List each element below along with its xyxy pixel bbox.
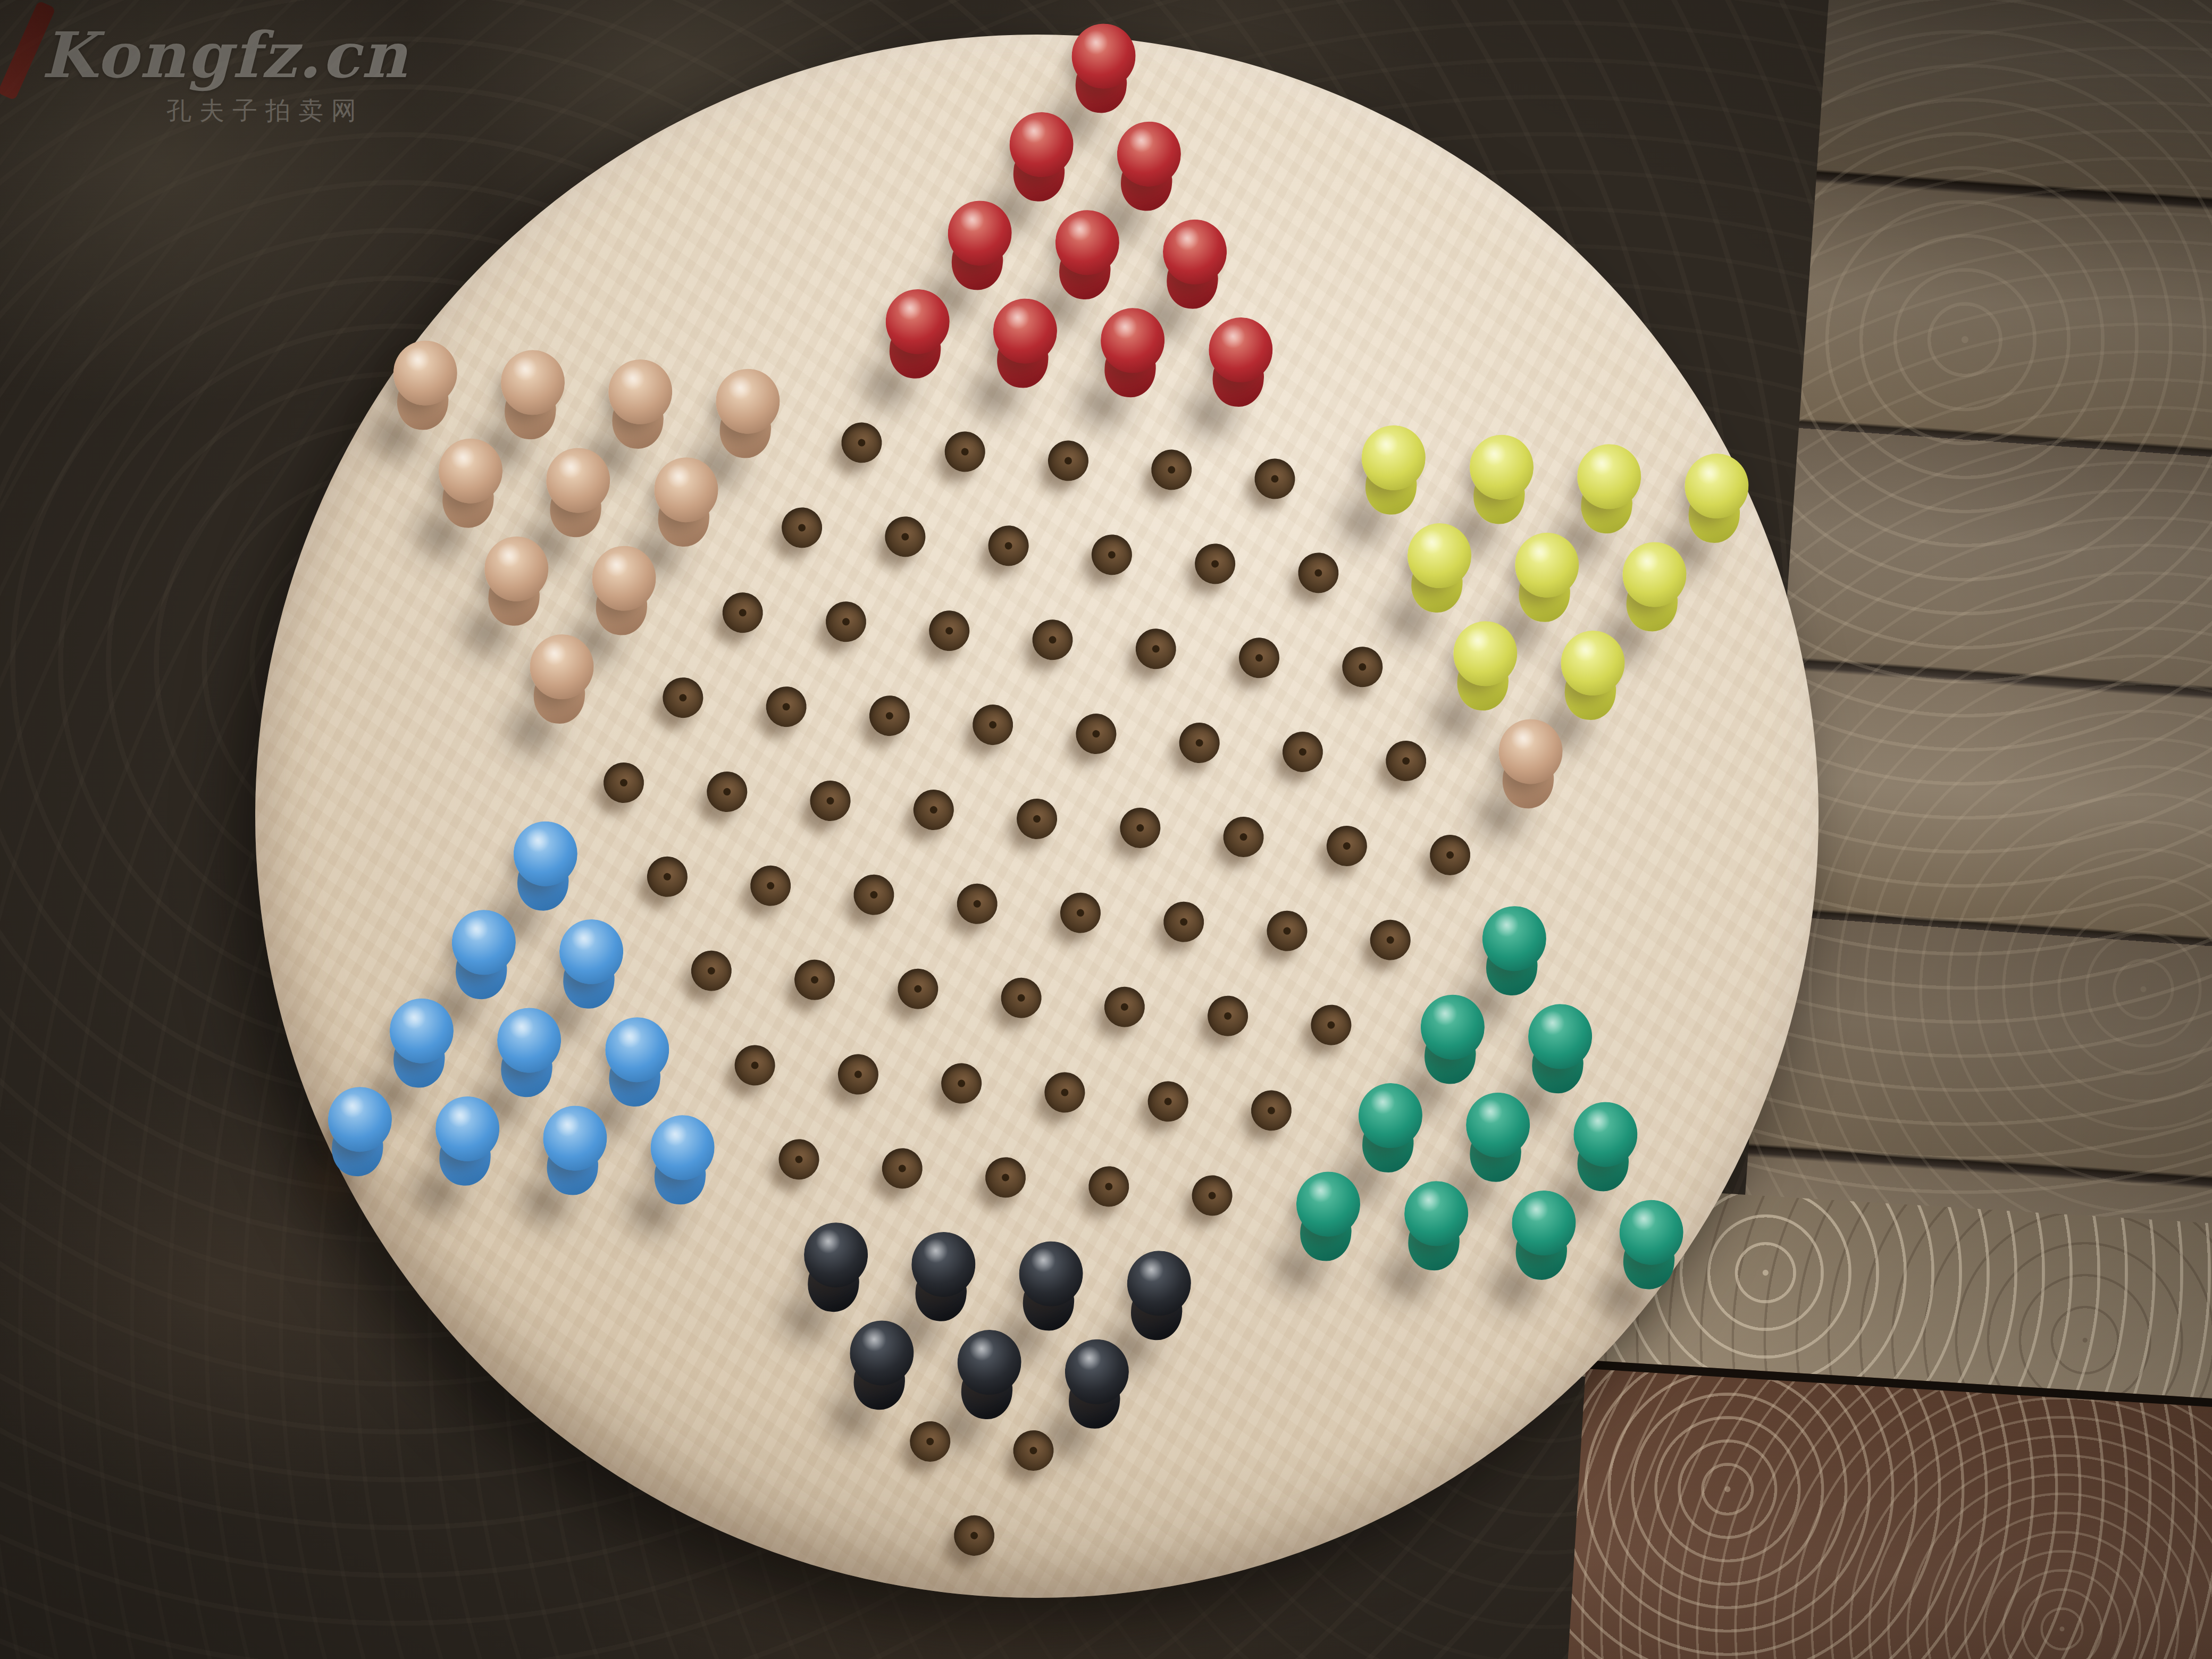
board-hole[interactable] xyxy=(1369,918,1412,962)
peg-tan[interactable] xyxy=(476,531,554,635)
board-cell xyxy=(904,763,963,857)
board-cell xyxy=(1229,611,1289,705)
peg-blue[interactable] xyxy=(443,904,521,1009)
board-cell xyxy=(828,1027,888,1121)
board-cell xyxy=(1142,423,1201,517)
board-cell xyxy=(1098,329,1158,423)
peg-yellow[interactable] xyxy=(1354,420,1431,524)
board-cell xyxy=(1242,1063,1301,1158)
board-cell xyxy=(697,745,757,839)
board-cell xyxy=(772,481,832,575)
board-cell xyxy=(638,830,697,924)
board-cell xyxy=(682,924,741,1018)
board-cell xyxy=(816,575,876,669)
board-cell xyxy=(891,311,951,405)
board-hole[interactable] xyxy=(836,1052,880,1096)
board-hole[interactable] xyxy=(927,609,971,652)
board-cell xyxy=(1067,687,1126,781)
board-hole[interactable] xyxy=(1146,1079,1190,1123)
board-hole[interactable] xyxy=(1206,994,1250,1038)
board-cell xyxy=(960,1310,1019,1404)
board-cell xyxy=(844,848,904,942)
board-hole[interactable] xyxy=(1087,1164,1130,1208)
board-cell xyxy=(1404,987,1464,1082)
peg-red[interactable] xyxy=(1155,215,1233,319)
board-cell xyxy=(876,490,935,584)
peg-blue[interactable] xyxy=(643,1110,720,1214)
board-hole[interactable] xyxy=(1134,627,1177,671)
peg-tan[interactable] xyxy=(1491,714,1569,818)
board-cell xyxy=(1038,414,1098,508)
board-cell xyxy=(1317,799,1377,893)
board-hole[interactable] xyxy=(956,882,999,926)
board-hole[interactable] xyxy=(1015,797,1059,841)
board-hole[interactable] xyxy=(689,949,733,993)
peg-red[interactable] xyxy=(985,294,1063,398)
photo-stage: Kongfz.cn 孔夫子拍卖网 xyxy=(0,0,2212,1659)
board-hole[interactable] xyxy=(646,855,689,899)
board-hole[interactable] xyxy=(1428,833,1472,877)
board-hole[interactable] xyxy=(1265,909,1309,953)
board-cell xyxy=(1436,629,1495,723)
board-hole[interactable] xyxy=(987,524,1030,567)
board-cell xyxy=(669,472,728,566)
board-hole[interactable] xyxy=(911,788,955,832)
peg-red[interactable] xyxy=(1002,107,1079,211)
board-cell xyxy=(1079,1139,1138,1234)
board-hole[interactable] xyxy=(1250,1088,1293,1132)
peg-green[interactable] xyxy=(1520,999,1598,1103)
board-hole[interactable] xyxy=(999,976,1043,1020)
board-hole[interactable] xyxy=(1043,1070,1087,1114)
board-hole[interactable] xyxy=(940,1061,983,1105)
board-hole[interactable] xyxy=(765,685,808,728)
board-cell xyxy=(916,1216,976,1310)
board-cell xyxy=(1201,338,1261,432)
peg-yellow[interactable] xyxy=(1461,430,1539,534)
board-cell xyxy=(1110,781,1170,875)
board-cell xyxy=(1004,1403,1063,1497)
board-hole[interactable] xyxy=(1309,1003,1353,1047)
board-cell xyxy=(1095,960,1154,1054)
board-cell xyxy=(1051,866,1110,960)
board-cell xyxy=(725,1018,785,1112)
board-hole[interactable] xyxy=(808,779,852,823)
board-hole[interactable] xyxy=(868,694,911,738)
board-cell xyxy=(1273,705,1333,799)
board-cell xyxy=(534,821,594,915)
board-hole[interactable] xyxy=(1190,1174,1234,1217)
board-hole[interactable] xyxy=(749,864,792,908)
peg-blue[interactable] xyxy=(320,1082,397,1186)
board-hole[interactable] xyxy=(896,967,940,1011)
peg-tan[interactable] xyxy=(584,541,661,645)
board-cell xyxy=(563,1094,622,1188)
board-cell xyxy=(1138,1054,1198,1149)
board-cell xyxy=(1182,1149,1242,1243)
board-hole[interactable] xyxy=(1296,551,1340,594)
board-hole[interactable] xyxy=(661,676,705,719)
board-cell xyxy=(994,320,1054,414)
board-cell xyxy=(1019,1225,1079,1319)
watermark-brand: Kongfz.cn xyxy=(41,18,408,92)
peg-green[interactable] xyxy=(1611,1195,1689,1299)
board-hole[interactable] xyxy=(908,1420,952,1463)
board-cell xyxy=(1480,723,1539,817)
board-cell xyxy=(1007,772,1067,866)
peg-red[interactable] xyxy=(877,284,955,389)
board-cell xyxy=(475,906,534,1000)
peg-tan[interactable] xyxy=(522,630,600,734)
peg-green[interactable] xyxy=(1351,1078,1428,1183)
peg-red[interactable] xyxy=(1109,116,1187,221)
board-cell xyxy=(1345,1073,1405,1167)
board-cell xyxy=(1464,902,1523,996)
board-hole[interactable] xyxy=(1012,1429,1055,1472)
board-hole[interactable] xyxy=(733,1043,777,1087)
board-cell xyxy=(860,669,919,763)
board-hole[interactable] xyxy=(840,421,883,464)
board-cell xyxy=(1420,808,1480,902)
peg-black[interactable] xyxy=(1057,1335,1135,1439)
board-cell xyxy=(991,951,1051,1045)
board-cell xyxy=(1123,1234,1183,1328)
board-cell xyxy=(1185,517,1245,611)
board-cell xyxy=(728,387,788,481)
board-cell xyxy=(1595,1185,1655,1279)
board-cell xyxy=(963,678,1023,772)
board-cell xyxy=(919,584,979,678)
board-hole[interactable] xyxy=(1162,900,1205,944)
board-hole[interactable] xyxy=(1118,806,1162,850)
board-cell xyxy=(1035,1045,1095,1139)
watermark: Kongfz.cn 孔夫子拍卖网 xyxy=(41,18,408,128)
peg-tan[interactable] xyxy=(385,336,463,440)
board-hole[interactable] xyxy=(852,873,895,917)
board-cell xyxy=(1552,1091,1611,1185)
board-cell xyxy=(800,754,860,848)
board-hole[interactable] xyxy=(705,770,749,814)
board-cell xyxy=(813,1206,873,1301)
peg-red[interactable] xyxy=(1093,303,1170,407)
board-cell xyxy=(1170,696,1229,790)
floor-plank-bottom-red xyxy=(1563,1360,2212,1659)
board-cell xyxy=(1289,526,1348,620)
board-hole[interactable] xyxy=(984,1155,1027,1199)
board-cell xyxy=(1333,620,1392,714)
board-cell xyxy=(976,1130,1035,1225)
board-cell xyxy=(1126,602,1186,696)
board-hole[interactable] xyxy=(1193,542,1237,585)
board-hole[interactable] xyxy=(880,1146,924,1190)
board-cell xyxy=(1023,593,1082,687)
board-hole[interactable] xyxy=(1102,985,1146,1029)
board-hole[interactable] xyxy=(1046,439,1090,482)
peg-black[interactable] xyxy=(796,1218,874,1322)
board-cell xyxy=(944,1488,1004,1582)
peg-blue[interactable] xyxy=(506,816,583,920)
board-hole[interactable] xyxy=(1150,448,1193,491)
peg-green[interactable] xyxy=(1412,990,1490,1094)
board-cell xyxy=(932,1036,991,1130)
board-hole[interactable] xyxy=(1325,824,1368,868)
peg-yellow[interactable] xyxy=(1553,626,1630,730)
board-hole[interactable] xyxy=(1384,739,1428,783)
board-cell xyxy=(757,660,816,754)
board-cell xyxy=(979,499,1038,593)
board-cell xyxy=(857,1301,916,1395)
peg-grid xyxy=(324,1,1749,1637)
board-cell xyxy=(713,566,773,660)
watermark-subtitle: 孔夫子拍卖网 xyxy=(166,94,408,128)
peg-tan[interactable] xyxy=(646,452,724,556)
board-cell xyxy=(518,1000,578,1094)
board-cell xyxy=(506,548,566,642)
board-cell xyxy=(1154,875,1213,969)
board-cell xyxy=(948,857,1007,951)
board-cell xyxy=(1492,1176,1552,1270)
board-cell xyxy=(888,942,948,1036)
peg-tan[interactable] xyxy=(431,433,508,538)
board-cell xyxy=(1198,969,1258,1063)
peg-red[interactable] xyxy=(1047,205,1125,309)
board-cell xyxy=(769,1112,828,1206)
board-cell xyxy=(1245,432,1304,526)
peg-blue[interactable] xyxy=(551,914,629,1018)
peg-green[interactable] xyxy=(1474,901,1552,1005)
peg-red[interactable] xyxy=(1201,313,1278,417)
board-hole[interactable] xyxy=(777,1137,820,1181)
peg-black[interactable] xyxy=(1119,1246,1196,1350)
board-hole[interactable] xyxy=(1340,645,1384,689)
board-hole[interactable] xyxy=(793,958,836,1002)
peg-green[interactable] xyxy=(1288,1167,1366,1271)
board-hole[interactable] xyxy=(943,430,986,473)
board-hole[interactable] xyxy=(1178,721,1221,765)
board-hole[interactable] xyxy=(780,506,824,549)
board-cell xyxy=(1301,978,1361,1073)
board-cell xyxy=(578,915,638,1009)
board-hole[interactable] xyxy=(971,703,1015,747)
board-hole[interactable] xyxy=(1030,618,1074,661)
board-cell xyxy=(1448,1082,1508,1176)
board-hole[interactable] xyxy=(1221,815,1265,859)
peg-red[interactable] xyxy=(940,196,1017,300)
quill-icon xyxy=(0,1,56,100)
board-cell xyxy=(1508,996,1568,1091)
board-cell xyxy=(550,642,609,736)
board-hole[interactable] xyxy=(1090,533,1134,576)
board-cell xyxy=(653,651,713,745)
board-hole[interactable] xyxy=(1281,730,1325,774)
board-cell xyxy=(935,405,995,499)
board-cell xyxy=(1392,535,1452,629)
peg-tan[interactable] xyxy=(600,354,678,458)
board-cell xyxy=(459,1085,519,1179)
board-cell xyxy=(785,933,844,1027)
board-hole[interactable] xyxy=(1059,891,1102,935)
peg-yellow[interactable] xyxy=(1445,616,1523,720)
peg-red[interactable] xyxy=(1063,19,1141,123)
peg-green[interactable] xyxy=(1396,1176,1474,1280)
board-cell xyxy=(1389,1167,1448,1261)
board-cell xyxy=(873,1121,932,1216)
board-cell xyxy=(356,1076,415,1170)
board-cell xyxy=(1376,714,1436,808)
board-cell xyxy=(741,839,800,933)
board-cell xyxy=(415,991,475,1085)
peg-tan[interactable] xyxy=(493,345,571,449)
peg-tan[interactable] xyxy=(708,364,785,468)
board-hole[interactable] xyxy=(824,600,868,643)
board-hole[interactable] xyxy=(1253,457,1296,500)
board-hole[interactable] xyxy=(1237,636,1281,680)
peg-yellow[interactable] xyxy=(1677,448,1754,552)
board-cell xyxy=(1361,893,1420,987)
peg-green[interactable] xyxy=(1458,1087,1536,1192)
board-hole[interactable] xyxy=(952,1514,996,1557)
board-cell xyxy=(666,1103,725,1197)
board-hole[interactable] xyxy=(1074,712,1118,756)
peg-tan[interactable] xyxy=(538,443,616,547)
board-hole[interactable] xyxy=(720,591,764,634)
peg-blue[interactable] xyxy=(428,1092,505,1196)
board-cell xyxy=(901,1394,960,1488)
board-cell xyxy=(609,557,669,651)
peg-yellow[interactable] xyxy=(1569,439,1647,543)
board-cell xyxy=(1063,1319,1123,1413)
peg-yellow[interactable] xyxy=(1400,518,1477,622)
board-cell xyxy=(1348,441,1408,535)
board-hole[interactable] xyxy=(602,761,646,805)
board-cell xyxy=(1213,790,1273,884)
board-cell xyxy=(622,1009,682,1103)
board-cell xyxy=(832,396,891,490)
board-cell xyxy=(1082,508,1142,602)
peg-blue[interactable] xyxy=(535,1101,613,1205)
peg-yellow[interactable] xyxy=(1615,537,1692,641)
board-hole[interactable] xyxy=(883,515,927,558)
board-cell xyxy=(1258,884,1317,978)
peg-yellow[interactable] xyxy=(1507,527,1585,632)
board-cell xyxy=(1286,1158,1345,1252)
board-cell xyxy=(594,736,653,830)
peg-green[interactable] xyxy=(1504,1186,1581,1290)
